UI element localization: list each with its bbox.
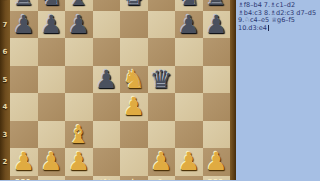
square-f3[interactable] [148, 121, 176, 149]
square-d3[interactable] [93, 121, 121, 149]
rank-label-3: 3 [0, 121, 10, 149]
square-h4[interactable] [203, 93, 231, 121]
square-d6[interactable] [93, 38, 121, 66]
rank-label-6: 6 [0, 38, 10, 66]
rank-label-7: 7 [0, 11, 10, 39]
white-bishop-f1[interactable]: ♝ [150, 176, 172, 181]
square-g6[interactable] [175, 38, 203, 66]
square-b8[interactable]: ♞ [38, 0, 66, 11]
square-a7[interactable]: ♟ [10, 11, 38, 39]
square-d1[interactable]: ♛ [93, 176, 121, 181]
square-g2[interactable]: ♟ [175, 148, 203, 176]
square-b2[interactable]: ♟ [38, 148, 66, 176]
chess-app-window: ♜♞♝♚♞♜♟♟♟♟♟♟♞♛♟♝♟♟♟♟♟♟♜♛♚♝♜ 87654321 ♗f8… [0, 0, 320, 180]
square-b6[interactable] [38, 38, 66, 66]
square-c2[interactable]: ♟ [65, 148, 93, 176]
square-h1[interactable]: ♜ [203, 176, 231, 181]
black-pawn-d5[interactable]: ♟ [95, 66, 117, 94]
rank-label-1: 1 [0, 176, 10, 181]
square-a1[interactable]: ♜ [10, 176, 38, 181]
square-g5[interactable] [175, 66, 203, 94]
square-f6[interactable] [148, 38, 176, 66]
white-pawn-c2[interactable]: ♟ [68, 148, 90, 176]
board-right-edge [230, 0, 236, 180]
black-knight-b8[interactable]: ♞ [40, 0, 62, 11]
white-rook-a1[interactable]: ♜ [13, 176, 35, 181]
square-d5[interactable]: ♟ [93, 66, 121, 94]
square-e5[interactable]: ♞ [120, 66, 148, 94]
black-rook-a8[interactable]: ♜ [13, 0, 35, 11]
square-h8[interactable]: ♜ [203, 0, 231, 11]
rank-labels: 87654321 [0, 0, 10, 180]
square-g3[interactable] [175, 121, 203, 149]
white-king-e1[interactable]: ♚ [123, 176, 145, 181]
square-a3[interactable] [10, 121, 38, 149]
square-c4[interactable] [65, 93, 93, 121]
square-f1[interactable]: ♝ [148, 176, 176, 181]
square-b1[interactable] [38, 176, 66, 181]
square-c1[interactable] [65, 176, 93, 181]
black-pawn-a7[interactable]: ♟ [13, 11, 35, 39]
square-e2[interactable] [120, 148, 148, 176]
black-pawn-c7[interactable]: ♟ [68, 11, 90, 39]
rank-label-8: 8 [0, 0, 10, 11]
white-pawn-e4[interactable]: ♟ [123, 93, 145, 121]
square-f7[interactable] [148, 11, 176, 39]
square-d2[interactable] [93, 148, 121, 176]
white-queen-d1[interactable]: ♛ [95, 176, 117, 181]
square-e4[interactable]: ♟ [120, 93, 148, 121]
square-f2[interactable]: ♟ [148, 148, 176, 176]
white-bishop-c3[interactable]: ♝ [68, 121, 90, 149]
square-g4[interactable] [175, 93, 203, 121]
white-pawn-a2[interactable]: ♟ [13, 148, 35, 176]
square-d4[interactable] [93, 93, 121, 121]
white-pawn-f2[interactable]: ♟ [150, 148, 172, 176]
square-e1[interactable]: ♚ [120, 176, 148, 181]
square-a8[interactable]: ♜ [10, 0, 38, 11]
square-g1[interactable] [175, 176, 203, 181]
square-c8[interactable]: ♝ [65, 0, 93, 11]
rank-label-5: 5 [0, 66, 10, 94]
black-bishop-c8[interactable]: ♝ [68, 0, 90, 11]
square-d8[interactable] [93, 0, 121, 11]
black-rook-h8[interactable]: ♜ [205, 0, 227, 11]
black-pawn-h7[interactable]: ♟ [205, 11, 227, 39]
square-g7[interactable]: ♟ [175, 11, 203, 39]
square-a5[interactable] [10, 66, 38, 94]
square-c5[interactable] [65, 66, 93, 94]
move-line-4[interactable]: 10.d3:e4 [238, 25, 320, 33]
square-e6[interactable] [120, 38, 148, 66]
square-c7[interactable]: ♟ [65, 11, 93, 39]
square-h5[interactable] [203, 66, 231, 94]
square-a4[interactable] [10, 93, 38, 121]
square-d7[interactable] [93, 11, 121, 39]
move-list-panel[interactable]: ♗f8–b4 7.♗c1–d2♗b4:c3 8.♗d2:c3 d7–d59.♘c… [236, 0, 320, 180]
white-pawn-h2[interactable]: ♟ [205, 148, 227, 176]
square-e7[interactable] [120, 11, 148, 39]
square-a2[interactable]: ♟ [10, 148, 38, 176]
square-h7[interactable]: ♟ [203, 11, 231, 39]
white-rook-h1[interactable]: ♜ [205, 176, 227, 181]
square-b3[interactable] [38, 121, 66, 149]
square-b4[interactable] [38, 93, 66, 121]
square-a6[interactable] [10, 38, 38, 66]
square-f8[interactable] [148, 0, 176, 11]
square-h6[interactable] [203, 38, 231, 66]
square-e3[interactable] [120, 121, 148, 149]
square-h3[interactable] [203, 121, 231, 149]
square-e8[interactable]: ♚ [120, 0, 148, 11]
rank-label-2: 2 [0, 148, 10, 176]
square-b7[interactable]: ♟ [38, 11, 66, 39]
square-c6[interactable] [65, 38, 93, 66]
rank-label-4: 4 [0, 93, 10, 121]
text-cursor [268, 25, 269, 31]
square-c3[interactable]: ♝ [65, 121, 93, 149]
white-pawn-g2[interactable]: ♟ [178, 148, 200, 176]
white-knight-e5[interactable]: ♞ [123, 66, 145, 94]
black-queen-f5[interactable]: ♛ [150, 66, 172, 94]
black-pawn-b7[interactable]: ♟ [40, 11, 62, 39]
black-pawn-g7[interactable]: ♟ [178, 11, 200, 39]
square-h2[interactable]: ♟ [203, 148, 231, 176]
black-king-e8[interactable]: ♚ [123, 0, 145, 11]
white-pawn-b2[interactable]: ♟ [40, 148, 62, 176]
square-b5[interactable] [38, 66, 66, 94]
chess-board: ♜♞♝♚♞♜♟♟♟♟♟♟♞♛♟♝♟♟♟♟♟♟♜♛♚♝♜ [10, 0, 230, 180]
black-knight-g8[interactable]: ♞ [178, 0, 200, 11]
square-g8[interactable]: ♞ [175, 0, 203, 11]
board-frame: ♜♞♝♚♞♜♟♟♟♟♟♟♞♛♟♝♟♟♟♟♟♟♜♛♚♝♜ 87654321 [0, 0, 236, 180]
square-f4[interactable] [148, 93, 176, 121]
square-f5[interactable]: ♛ [148, 66, 176, 94]
